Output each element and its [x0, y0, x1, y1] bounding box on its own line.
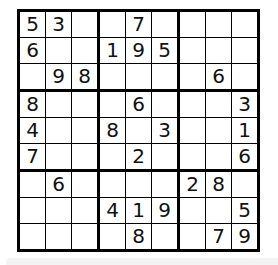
- sudoku-cell-r7c2[interactable]: 6: [46, 172, 72, 198]
- sudoku-cell-r9c9[interactable]: 9: [232, 224, 257, 249]
- sudoku-screenshot: 537619598686348317266284195879: [0, 0, 278, 265]
- sudoku-cell-r8c1[interactable]: [20, 198, 46, 224]
- sudoku-cell-r4c9[interactable]: 3: [232, 92, 257, 118]
- sudoku-cell-r6c4[interactable]: [100, 144, 126, 172]
- sudoku-cell-r7c9[interactable]: [232, 172, 257, 198]
- sudoku-cell-r8c3[interactable]: [72, 198, 100, 224]
- sudoku-cell-r1c2[interactable]: 3: [46, 12, 72, 38]
- sudoku-cell-r5c8[interactable]: [206, 118, 232, 144]
- sudoku-cell-r8c5[interactable]: 1: [126, 198, 152, 224]
- sudoku-cell-r9c5[interactable]: 8: [126, 224, 152, 249]
- sudoku-cell-r6c6[interactable]: [152, 144, 180, 172]
- sudoku-cell-r3c9[interactable]: [232, 64, 257, 92]
- sudoku-cell-r9c4[interactable]: [100, 224, 126, 249]
- sudoku-cell-r7c6[interactable]: [152, 172, 180, 198]
- sudoku-cell-r6c3[interactable]: [72, 144, 100, 172]
- sudoku-cell-r7c3[interactable]: [72, 172, 100, 198]
- sudoku-cell-r4c3[interactable]: [72, 92, 100, 118]
- sudoku-cell-r2c8[interactable]: [206, 38, 232, 64]
- sudoku-cell-r3c6[interactable]: [152, 64, 180, 92]
- sudoku-cell-r8c6[interactable]: 9: [152, 198, 180, 224]
- sudoku-cell-r5c2[interactable]: [46, 118, 72, 144]
- sudoku-cell-r8c8[interactable]: [206, 198, 232, 224]
- sudoku-cell-r3c8[interactable]: 6: [206, 64, 232, 92]
- sudoku-cell-r7c5[interactable]: [126, 172, 152, 198]
- sudoku-cell-r5c5[interactable]: [126, 118, 152, 144]
- sudoku-cell-r7c8[interactable]: 8: [206, 172, 232, 198]
- sudoku-cell-r6c9[interactable]: 6: [232, 144, 257, 172]
- sudoku-cell-r2c6[interactable]: 5: [152, 38, 180, 64]
- sudoku-cell-r1c6[interactable]: [152, 12, 180, 38]
- sudoku-cell-r6c2[interactable]: [46, 144, 72, 172]
- sudoku-cell-r1c8[interactable]: [206, 12, 232, 38]
- sudoku-cell-r8c2[interactable]: [46, 198, 72, 224]
- sudoku-cell-r3c4[interactable]: [100, 64, 126, 92]
- sudoku-cell-r4c5[interactable]: 6: [126, 92, 152, 118]
- sudoku-cell-r1c3[interactable]: [72, 12, 100, 38]
- sudoku-cell-r9c6[interactable]: [152, 224, 180, 249]
- sudoku-cell-r8c7[interactable]: [180, 198, 206, 224]
- sudoku-cell-r1c5[interactable]: 7: [126, 12, 152, 38]
- sudoku-cell-r2c3[interactable]: [72, 38, 100, 64]
- sudoku-cell-r6c7[interactable]: [180, 144, 206, 172]
- sudoku-cell-r9c2[interactable]: [46, 224, 72, 249]
- sudoku-cell-r4c4[interactable]: [100, 92, 126, 118]
- page-edge-strip: [6, 258, 278, 265]
- sudoku-cell-r4c8[interactable]: [206, 92, 232, 118]
- sudoku-cell-r1c9[interactable]: [232, 12, 257, 38]
- sudoku-cell-r9c3[interactable]: [72, 224, 100, 249]
- sudoku-cell-r2c1[interactable]: 6: [20, 38, 46, 64]
- sudoku-cell-r7c4[interactable]: [100, 172, 126, 198]
- sudoku-cell-r7c1[interactable]: [20, 172, 46, 198]
- sudoku-cell-r9c8[interactable]: 7: [206, 224, 232, 249]
- sudoku-cell-r5c6[interactable]: 3: [152, 118, 180, 144]
- sudoku-cell-r8c4[interactable]: 4: [100, 198, 126, 224]
- sudoku-cell-r4c6[interactable]: [152, 92, 180, 118]
- sudoku-cell-r3c1[interactable]: [20, 64, 46, 92]
- sudoku-cell-r1c7[interactable]: [180, 12, 206, 38]
- sudoku-cell-r2c9[interactable]: [232, 38, 257, 64]
- sudoku-cell-r8c9[interactable]: 5: [232, 198, 257, 224]
- sudoku-cell-r3c2[interactable]: 9: [46, 64, 72, 92]
- sudoku-cell-r3c7[interactable]: [180, 64, 206, 92]
- sudoku-cell-r5c7[interactable]: [180, 118, 206, 144]
- sudoku-cell-r1c1[interactable]: 5: [20, 12, 46, 38]
- sudoku-cell-r9c7[interactable]: [180, 224, 206, 249]
- sudoku-cell-r5c3[interactable]: [72, 118, 100, 144]
- sudoku-cell-r6c5[interactable]: 2: [126, 144, 152, 172]
- sudoku-cell-r6c1[interactable]: 7: [20, 144, 46, 172]
- sudoku-cell-r3c5[interactable]: [126, 64, 152, 92]
- sudoku-cell-r2c7[interactable]: [180, 38, 206, 64]
- sudoku-cell-r4c7[interactable]: [180, 92, 206, 118]
- sudoku-cell-r2c5[interactable]: 9: [126, 38, 152, 64]
- sudoku-cell-r5c9[interactable]: 1: [232, 118, 257, 144]
- sudoku-cell-r1c4[interactable]: [100, 12, 126, 38]
- sudoku-cell-r7c7[interactable]: 2: [180, 172, 206, 198]
- sudoku-cell-r2c4[interactable]: 1: [100, 38, 126, 64]
- sudoku-cell-r9c1[interactable]: [20, 224, 46, 249]
- sudoku-cell-r6c8[interactable]: [206, 144, 232, 172]
- sudoku-cell-r3c3[interactable]: 8: [72, 64, 100, 92]
- sudoku-cell-r4c2[interactable]: [46, 92, 72, 118]
- sudoku-board: 537619598686348317266284195879: [17, 9, 260, 252]
- sudoku-cell-r2c2[interactable]: [46, 38, 72, 64]
- sudoku-cell-r5c1[interactable]: 4: [20, 118, 46, 144]
- sudoku-cell-r5c4[interactable]: 8: [100, 118, 126, 144]
- sudoku-cell-r4c1[interactable]: 8: [20, 92, 46, 118]
